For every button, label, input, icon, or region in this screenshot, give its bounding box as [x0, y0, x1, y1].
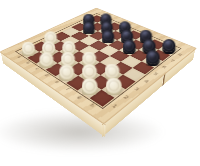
white-checker[interactable]	[82, 64, 97, 79]
white-checker[interactable]	[39, 52, 53, 66]
white-checker[interactable]	[22, 41, 35, 54]
white-checker[interactable]	[106, 77, 122, 93]
dark-checker[interactable]	[146, 50, 160, 64]
square-r8c5[interactable]	[56, 69, 78, 83]
photo-background: abcdefgh 87654321	[0, 0, 200, 166]
dark-checker[interactable]	[102, 30, 114, 42]
checkers-board: abcdefgh 87654321	[0, 8, 197, 125]
white-checker[interactable]	[82, 78, 98, 94]
board-scene: abcdefgh 87654321	[0, 8, 197, 125]
dark-checker[interactable]	[83, 21, 95, 33]
white-checker[interactable]	[61, 52, 75, 66]
dark-checker[interactable]	[162, 39, 175, 52]
dark-checker[interactable]	[122, 39, 135, 52]
white-checker[interactable]	[59, 64, 74, 79]
white-checker[interactable]	[104, 63, 119, 78]
box-hinge-seam-icon	[162, 73, 165, 86]
